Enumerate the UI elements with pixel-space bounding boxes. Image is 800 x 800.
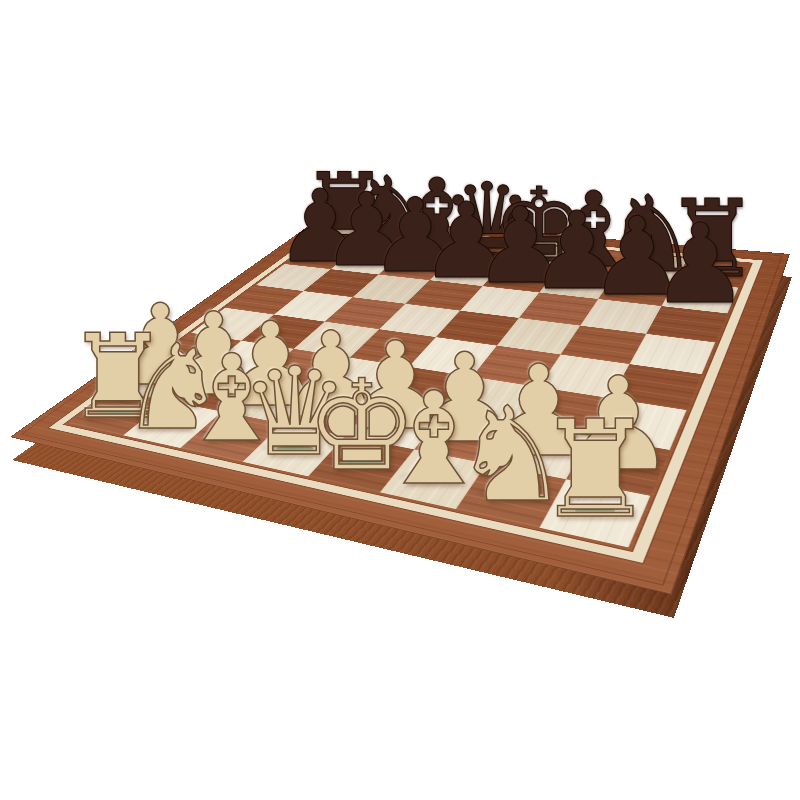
board-field bbox=[69, 227, 749, 548]
chess-set-photo: ♜♞♝♛♚♝♞♜♟♟♟♟♟♟♟♟♟♟♟♟♟♟♟♟♜♞♝♛♚♝♞♜ bbox=[0, 0, 800, 800]
